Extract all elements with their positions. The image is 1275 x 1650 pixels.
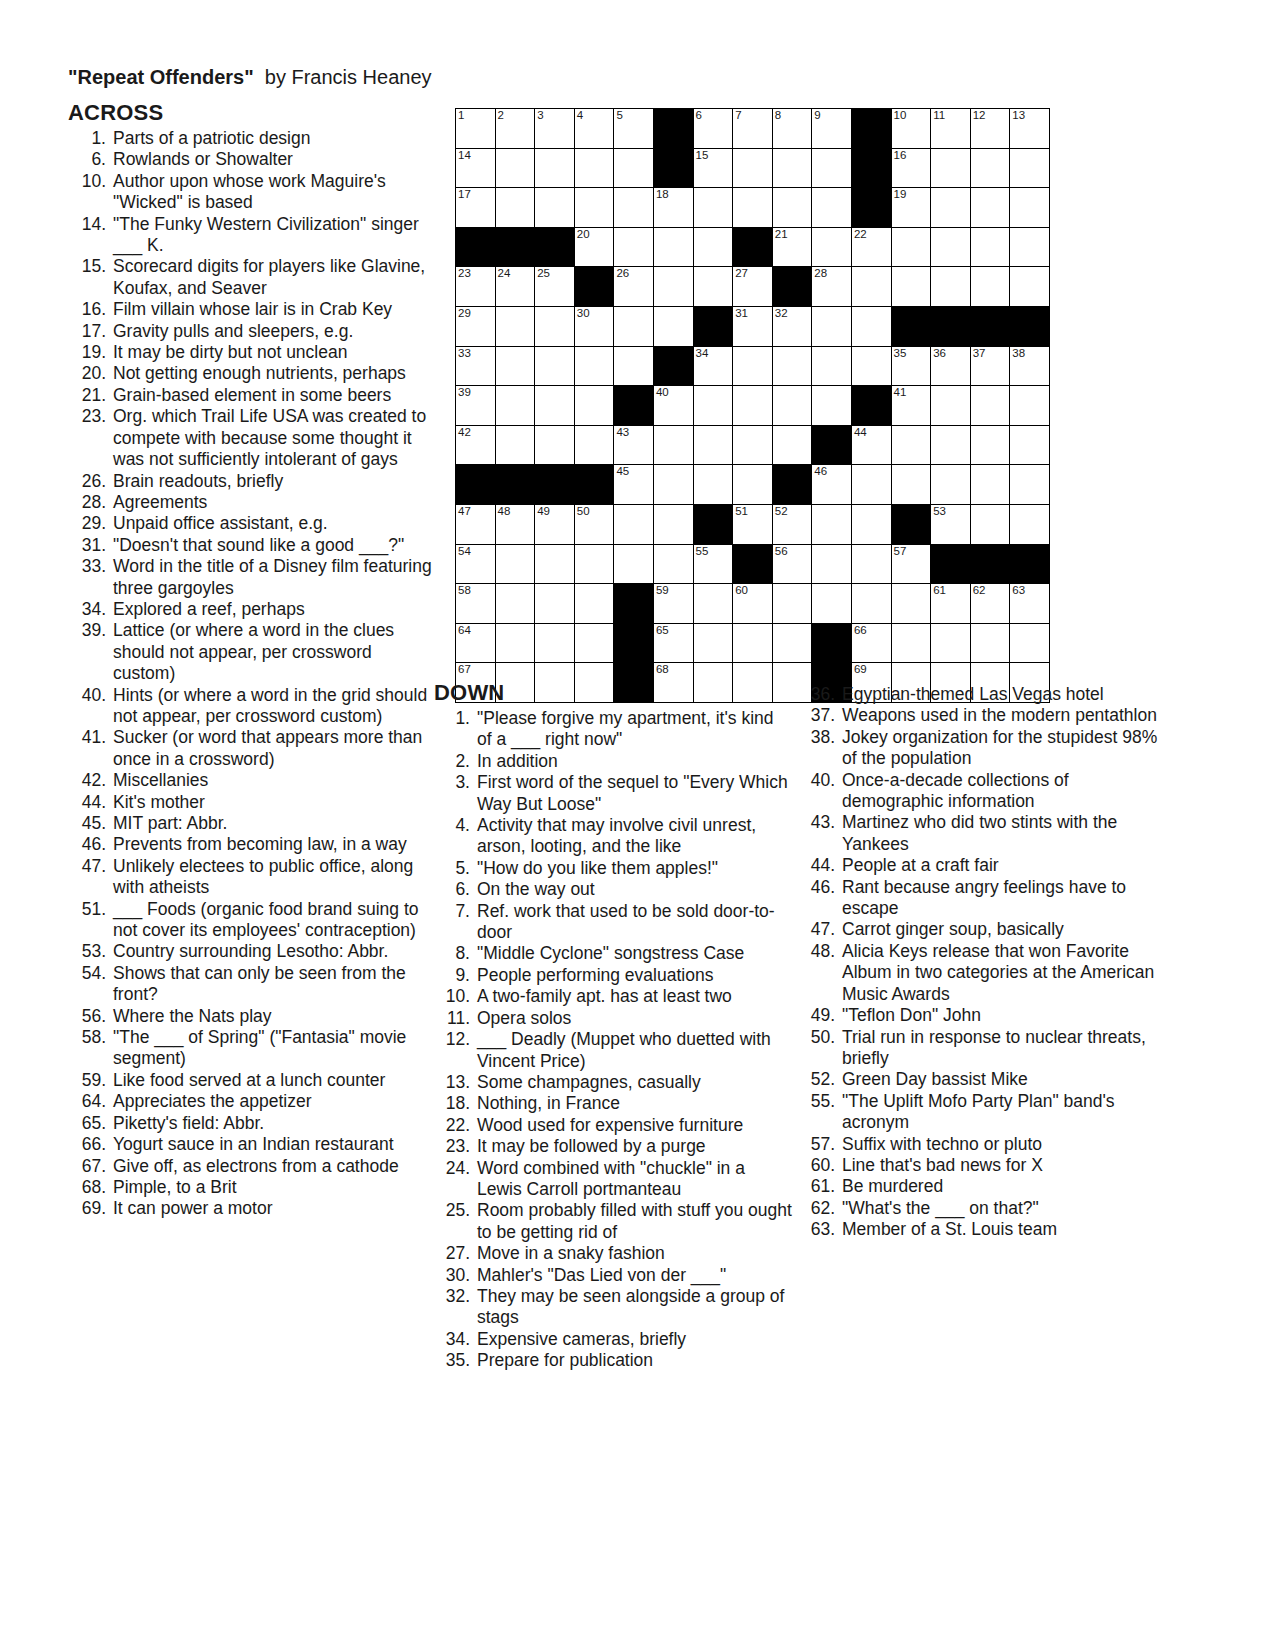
grid-cell[interactable]: 50 — [575, 505, 614, 544]
grid-cell[interactable] — [575, 149, 614, 188]
clue-number: 31. — [68, 535, 113, 556]
grid-cell[interactable] — [733, 188, 772, 227]
grid-cell[interactable] — [773, 188, 812, 227]
cell-number: 58 — [458, 585, 471, 597]
grid-cell[interactable] — [614, 149, 653, 188]
clue-item: 59.Like food served at a lunch counter — [68, 1070, 433, 1091]
clue-number: 46. — [798, 877, 842, 920]
grid-cell[interactable]: 41 — [892, 386, 931, 425]
grid-cell[interactable] — [971, 228, 1010, 267]
grid-cell[interactable] — [654, 307, 693, 346]
clue-item: 47.Carrot ginger soup, basically — [798, 919, 1170, 940]
grid-cell[interactable]: 63 — [1010, 584, 1049, 623]
clue-text: Opera solos — [477, 1008, 792, 1029]
grid-cell[interactable]: 57 — [892, 545, 931, 584]
cell-number: 54 — [458, 546, 471, 558]
clue-text: "The Funky Western Civilization" singer … — [113, 214, 433, 257]
grid-cell[interactable] — [575, 347, 614, 386]
clue-item: 2.In addition — [434, 751, 792, 772]
grid-cell[interactable]: 64 — [456, 624, 495, 663]
grid-cell[interactable] — [535, 149, 574, 188]
grid-cell[interactable]: 66 — [852, 624, 891, 663]
grid-cell[interactable]: 36 — [931, 347, 970, 386]
clue-text: Gravity pulls and sleepers, e.g. — [113, 321, 433, 342]
cell-number: 8 — [775, 110, 781, 122]
grid-cell[interactable]: 24 — [496, 267, 535, 306]
grid-cell[interactable] — [575, 584, 614, 623]
grid-cell[interactable]: 21 — [773, 228, 812, 267]
clue-text: "What's the ___ on that?" — [842, 1198, 1170, 1219]
grid-cell[interactable]: 68 — [654, 663, 693, 702]
grid-cell[interactable] — [812, 505, 851, 544]
grid-cell[interactable] — [931, 267, 970, 306]
grid-cell[interactable]: 7 — [733, 109, 772, 148]
black-cell — [456, 228, 495, 267]
grid-cell[interactable] — [773, 149, 812, 188]
grid-cell[interactable] — [812, 347, 851, 386]
cell-number: 27 — [735, 268, 748, 280]
clue-item: 62."What's the ___ on that?" — [798, 1198, 1170, 1219]
black-cell — [575, 465, 614, 504]
cell-number: 42 — [458, 427, 471, 439]
grid-cell[interactable] — [694, 228, 733, 267]
grid-cell[interactable] — [773, 584, 812, 623]
grid-cell[interactable] — [496, 545, 535, 584]
clue-number: 3. — [434, 772, 477, 815]
grid-cell[interactable]: 59 — [654, 584, 693, 623]
grid-cell[interactable] — [812, 584, 851, 623]
grid-cell[interactable] — [575, 545, 614, 584]
grid-cell[interactable] — [971, 426, 1010, 465]
grid-cell[interactable] — [812, 228, 851, 267]
cell-number: 43 — [616, 427, 629, 439]
grid-cell[interactable] — [614, 545, 653, 584]
grid-cell[interactable] — [892, 426, 931, 465]
grid-cell[interactable]: 26 — [614, 267, 653, 306]
grid-cell[interactable]: 33 — [456, 347, 495, 386]
grid-cell[interactable]: 61 — [931, 584, 970, 623]
grid-cell[interactable]: 56 — [773, 545, 812, 584]
grid-cell[interactable] — [733, 663, 772, 702]
grid-cell[interactable] — [892, 624, 931, 663]
cell-number: 24 — [498, 268, 511, 280]
grid-cell[interactable] — [1010, 624, 1049, 663]
grid-cell[interactable]: 47 — [456, 505, 495, 544]
grid-cell[interactable] — [575, 663, 614, 702]
grid-cell[interactable]: 54 — [456, 545, 495, 584]
clue-item: 26.Brain readouts, briefly — [68, 471, 433, 492]
grid-cell[interactable] — [694, 426, 733, 465]
grid-cell[interactable] — [892, 584, 931, 623]
clue-item: 56.Where the Nats play — [68, 1006, 433, 1027]
grid-cell[interactable] — [496, 624, 535, 663]
grid-cell[interactable]: 44 — [852, 426, 891, 465]
grid-cell[interactable] — [614, 188, 653, 227]
black-cell — [535, 228, 574, 267]
cell-number: 64 — [458, 625, 471, 637]
grid-cell[interactable]: 18 — [654, 188, 693, 227]
clue-number: 1. — [68, 128, 113, 149]
grid-cell[interactable]: 10 — [892, 109, 931, 148]
cell-number: 30 — [577, 308, 590, 320]
grid-cell[interactable] — [931, 149, 970, 188]
grid-cell[interactable] — [1010, 505, 1049, 544]
clue-item: 63.Member of a St. Louis team — [798, 1219, 1170, 1240]
grid-cell[interactable]: 53 — [931, 505, 970, 544]
grid-cell[interactable] — [931, 188, 970, 227]
grid-cell[interactable]: 35 — [892, 347, 931, 386]
grid-cell[interactable]: 60 — [733, 584, 772, 623]
grid-cell[interactable] — [654, 426, 693, 465]
cell-number: 40 — [656, 387, 669, 399]
cell-number: 1 — [458, 110, 464, 122]
clue-number: 53. — [68, 941, 113, 962]
clue-number: 23. — [434, 1136, 477, 1157]
grid-cell[interactable]: 37 — [971, 347, 1010, 386]
clue-item: 65.Piketty's field: Abbr. — [68, 1113, 433, 1134]
grid-cell[interactable] — [1010, 426, 1049, 465]
grid-cell[interactable]: 22 — [852, 228, 891, 267]
grid-cell[interactable] — [812, 149, 851, 188]
grid-cell[interactable]: 34 — [694, 347, 733, 386]
grid-cell[interactable] — [1010, 386, 1049, 425]
clue-number: 18. — [434, 1093, 477, 1114]
grid-cell[interactable] — [733, 386, 772, 425]
grid-cell[interactable] — [496, 347, 535, 386]
clue-number: 64. — [68, 1091, 113, 1112]
grid-cell[interactable] — [694, 465, 733, 504]
grid-cell[interactable] — [614, 347, 653, 386]
clue-item: 41.Sucker (or word that appears more tha… — [68, 727, 433, 770]
grid-cell[interactable]: 17 — [456, 188, 495, 227]
grid-cell[interactable]: 27 — [733, 267, 772, 306]
clue-text: Martinez who did two stints with the Yan… — [842, 812, 1170, 855]
grid-cell[interactable] — [1010, 465, 1049, 504]
grid-cell[interactable] — [496, 386, 535, 425]
grid-cell[interactable] — [852, 267, 891, 306]
grid-cell[interactable]: 43 — [614, 426, 653, 465]
grid-cell[interactable] — [694, 584, 733, 623]
grid-cell[interactable] — [535, 545, 574, 584]
clue-text: On the way out — [477, 879, 792, 900]
grid-cell[interactable]: 45 — [614, 465, 653, 504]
clue-number: 40. — [798, 770, 842, 813]
grid-cell[interactable] — [496, 426, 535, 465]
grid-cell[interactable]: 15 — [694, 149, 733, 188]
grid-cell[interactable] — [614, 505, 653, 544]
cell-number: 6 — [696, 110, 702, 122]
grid-cell[interactable] — [852, 505, 891, 544]
grid-cell[interactable]: 12 — [971, 109, 1010, 148]
grid-cell[interactable] — [496, 307, 535, 346]
grid-cell[interactable] — [971, 267, 1010, 306]
grid-cell[interactable]: 2 — [496, 109, 535, 148]
clue-text: A two-family apt. has at least two — [477, 986, 792, 1007]
grid-cell[interactable] — [733, 347, 772, 386]
grid-cell[interactable] — [654, 545, 693, 584]
grid-cell[interactable] — [733, 465, 772, 504]
grid-cell[interactable] — [575, 386, 614, 425]
clue-item: 1.Parts of a patriotic design — [68, 128, 433, 149]
grid-cell[interactable]: 23 — [456, 267, 495, 306]
clue-item: 33.Word in the title of a Disney film fe… — [68, 556, 433, 599]
grid-cell[interactable] — [535, 624, 574, 663]
cell-number: 45 — [616, 466, 629, 478]
grid-cell[interactable]: 32 — [773, 307, 812, 346]
grid-cell[interactable] — [812, 188, 851, 227]
crossword-grid[interactable]: 1234567891011121314151617181920212223242… — [455, 108, 1050, 703]
grid-cell[interactable] — [575, 188, 614, 227]
grid-cell[interactable]: 9 — [812, 109, 851, 148]
clue-item: 39.Lattice (or where a word in the clues… — [68, 620, 433, 684]
grid-cell[interactable]: 29 — [456, 307, 495, 346]
clue-number: 4. — [434, 815, 477, 858]
grid-cell[interactable]: 30 — [575, 307, 614, 346]
puzzle-title-text: "Repeat Offenders" — [68, 66, 254, 88]
black-cell — [456, 465, 495, 504]
clue-text: Prevents from becoming law, in a way — [113, 834, 433, 855]
grid-cell[interactable] — [496, 149, 535, 188]
clue-item: 51.___ Foods (organic food brand suing t… — [68, 899, 433, 942]
grid-cell[interactable] — [971, 505, 1010, 544]
black-cell — [773, 465, 812, 504]
grid-cell[interactable] — [535, 347, 574, 386]
clue-number: 46. — [68, 834, 113, 855]
grid-cell[interactable] — [773, 426, 812, 465]
clue-text: First word of the sequel to "Every Which… — [477, 772, 792, 815]
black-cell — [614, 584, 653, 623]
grid-cell[interactable] — [852, 307, 891, 346]
grid-cell[interactable] — [931, 426, 970, 465]
grid-cell[interactable] — [575, 426, 614, 465]
grid-cell[interactable]: 48 — [496, 505, 535, 544]
clue-text: Ref. work that used to be sold door-to-d… — [477, 901, 792, 944]
clue-number: 21. — [68, 385, 113, 406]
grid-cell[interactable] — [852, 347, 891, 386]
clue-number: 11. — [434, 1008, 477, 1029]
clue-number: 59. — [68, 1070, 113, 1091]
clue-text: Appreciates the appetizer — [113, 1091, 433, 1112]
grid-cell[interactable]: 8 — [773, 109, 812, 148]
grid-cell[interactable] — [931, 228, 970, 267]
clue-item: 42.Miscellanies — [68, 770, 433, 791]
grid-cell[interactable] — [654, 505, 693, 544]
clue-item: 45.MIT part: Abbr. — [68, 813, 433, 834]
black-cell — [852, 109, 891, 148]
grid-cell[interactable] — [931, 465, 970, 504]
clue-number: 27. — [434, 1243, 477, 1264]
grid-cell[interactable]: 28 — [812, 267, 851, 306]
black-cell — [971, 307, 1010, 346]
grid-cell[interactable] — [535, 307, 574, 346]
black-cell — [496, 465, 535, 504]
cell-number: 13 — [1012, 110, 1025, 122]
clue-number: 52. — [798, 1069, 842, 1090]
grid-cell[interactable] — [694, 663, 733, 702]
grid-cell[interactable]: 58 — [456, 584, 495, 623]
grid-cell[interactable]: 38 — [1010, 347, 1049, 386]
black-cell — [931, 307, 970, 346]
grid-cell[interactable] — [852, 545, 891, 584]
clue-number: 34. — [68, 599, 113, 620]
black-cell — [892, 307, 931, 346]
clue-text: It may be dirty but not unclean — [113, 342, 433, 363]
grid-cell[interactable]: 19 — [892, 188, 931, 227]
grid-cell[interactable] — [654, 228, 693, 267]
grid-cell[interactable]: 1 — [456, 109, 495, 148]
down-clue-list-col1: 1."Please forgive my apartment, it's kin… — [434, 708, 792, 1372]
clue-item: 44.Kit's mother — [68, 792, 433, 813]
black-cell — [694, 505, 733, 544]
grid-cell[interactable] — [654, 267, 693, 306]
grid-cell[interactable]: 13 — [1010, 109, 1049, 148]
grid-cell[interactable] — [535, 426, 574, 465]
grid-cell[interactable] — [575, 624, 614, 663]
clue-item: 32.They may be seen alongside a group of… — [434, 1286, 792, 1329]
clue-text: Activity that may involve civil unrest, … — [477, 815, 792, 858]
grid-cell[interactable] — [535, 584, 574, 623]
grid-cell[interactable] — [812, 386, 851, 425]
grid-cell[interactable] — [1010, 267, 1049, 306]
grid-cell[interactable] — [496, 584, 535, 623]
clue-text: Hints (or where a word in the grid shoul… — [113, 685, 433, 728]
grid-cell[interactable] — [773, 624, 812, 663]
grid-cell[interactable]: 25 — [535, 267, 574, 306]
clue-number: 58. — [68, 1027, 113, 1070]
clue-text: ___ Deadly (Muppet who duetted with Vinc… — [477, 1029, 792, 1072]
grid-cell[interactable] — [535, 386, 574, 425]
grid-cell[interactable] — [694, 188, 733, 227]
grid-cell[interactable]: 49 — [535, 505, 574, 544]
clue-text: Some champagnes, casually — [477, 1072, 792, 1093]
grid-cell[interactable]: 62 — [971, 584, 1010, 623]
cell-number: 46 — [814, 466, 827, 478]
grid-cell[interactable]: 11 — [931, 109, 970, 148]
clue-text: Member of a St. Louis team — [842, 1219, 1170, 1240]
clue-number: 16. — [68, 299, 113, 320]
grid-cell[interactable] — [892, 228, 931, 267]
grid-cell[interactable] — [852, 465, 891, 504]
black-cell — [971, 545, 1010, 584]
grid-cell[interactable] — [694, 267, 733, 306]
clue-text: Egyptian-themed Las Vegas hotel — [842, 684, 1170, 705]
clue-text: Expensive cameras, briefly — [477, 1329, 792, 1350]
cell-number: 35 — [894, 348, 907, 360]
grid-cell[interactable] — [971, 188, 1010, 227]
grid-cell[interactable] — [773, 347, 812, 386]
clue-number: 41. — [68, 727, 113, 770]
clue-item: 38.Jokey organization for the stupidest … — [798, 727, 1170, 770]
clue-item: 6.Rowlands or Showalter — [68, 149, 433, 170]
grid-cell[interactable] — [733, 149, 772, 188]
grid-cell[interactable]: 20 — [575, 228, 614, 267]
clue-item: 7.Ref. work that used to be sold door-to… — [434, 901, 792, 944]
grid-cell[interactable]: 51 — [733, 505, 772, 544]
clue-text: People at a craft fair — [842, 855, 1170, 876]
grid-cell[interactable] — [694, 386, 733, 425]
black-cell — [575, 267, 614, 306]
grid-cell[interactable] — [852, 584, 891, 623]
clue-text: "How do you like them apples!" — [477, 858, 792, 879]
clue-item: 17.Gravity pulls and sleepers, e.g. — [68, 321, 433, 342]
black-cell — [1010, 545, 1049, 584]
grid-cell[interactable] — [971, 465, 1010, 504]
grid-cell[interactable] — [971, 149, 1010, 188]
grid-cell[interactable] — [931, 386, 970, 425]
grid-cell[interactable] — [1010, 149, 1049, 188]
grid-cell[interactable] — [1010, 188, 1049, 227]
grid-cell[interactable]: 55 — [694, 545, 733, 584]
grid-cell[interactable] — [694, 624, 733, 663]
grid-cell[interactable] — [1010, 228, 1049, 267]
clue-item: 10.A two-family apt. has at least two — [434, 986, 792, 1007]
grid-cell[interactable] — [535, 188, 574, 227]
clue-number: 61. — [798, 1176, 842, 1197]
grid-cell[interactable]: 16 — [892, 149, 931, 188]
grid-cell[interactable] — [733, 426, 772, 465]
clue-number: 33. — [68, 556, 113, 599]
grid-cell[interactable]: 46 — [812, 465, 851, 504]
grid-cell[interactable] — [812, 307, 851, 346]
clue-item: 67.Give off, as electrons from a cathode — [68, 1156, 433, 1177]
clue-item: 69.It can power a motor — [68, 1198, 433, 1219]
grid-cell[interactable]: 31 — [733, 307, 772, 346]
clue-text: Give off, as electrons from a cathode — [113, 1156, 433, 1177]
clue-item: 15.Scorecard digits for players like Gla… — [68, 256, 433, 299]
grid-cell[interactable]: 3 — [535, 109, 574, 148]
cell-number: 21 — [775, 229, 788, 241]
grid-cell[interactable]: 39 — [456, 386, 495, 425]
clue-text: Green Day bassist Mike — [842, 1069, 1170, 1090]
clue-item: 55."The Uplift Mofo Party Plan" band's a… — [798, 1091, 1170, 1134]
clue-text: Word combined with "chuckle" in a Lewis … — [477, 1158, 792, 1201]
clue-text: "The Uplift Mofo Party Plan" band's acro… — [842, 1091, 1170, 1134]
grid-cell[interactable] — [535, 663, 574, 702]
cell-number: 19 — [894, 189, 907, 201]
grid-cell[interactable] — [614, 307, 653, 346]
grid-cell[interactable]: 42 — [456, 426, 495, 465]
black-cell — [773, 267, 812, 306]
grid-cell[interactable] — [812, 545, 851, 584]
grid-cell[interactable] — [971, 386, 1010, 425]
clue-text: Country surrounding Lesotho: Abbr. — [113, 941, 433, 962]
grid-cell[interactable] — [773, 386, 812, 425]
grid-cell[interactable] — [931, 624, 970, 663]
grid-cell[interactable]: 40 — [654, 386, 693, 425]
black-cell — [733, 228, 772, 267]
grid-cell[interactable]: 5 — [614, 109, 653, 148]
black-cell — [614, 386, 653, 425]
clue-text: It may be followed by a purge — [477, 1136, 792, 1157]
grid-cell[interactable] — [733, 624, 772, 663]
grid-cell[interactable] — [971, 624, 1010, 663]
cell-number: 68 — [656, 664, 669, 676]
grid-cell[interactable] — [614, 228, 653, 267]
grid-cell[interactable]: 14 — [456, 149, 495, 188]
grid-cell[interactable]: 65 — [654, 624, 693, 663]
grid-cell[interactable] — [892, 465, 931, 504]
clue-text: Org. which Trail Life USA was created to… — [113, 406, 433, 470]
grid-cell[interactable]: 4 — [575, 109, 614, 148]
grid-cell[interactable] — [496, 188, 535, 227]
grid-cell[interactable] — [892, 267, 931, 306]
grid-cell[interactable]: 6 — [694, 109, 733, 148]
clue-item: 30.Mahler's "Das Lied von der ___" — [434, 1265, 792, 1286]
puzzle-title: "Repeat Offenders" by Francis Heaney — [68, 66, 432, 89]
clue-number: 47. — [68, 856, 113, 899]
grid-cell[interactable]: 52 — [773, 505, 812, 544]
grid-cell[interactable] — [654, 465, 693, 504]
